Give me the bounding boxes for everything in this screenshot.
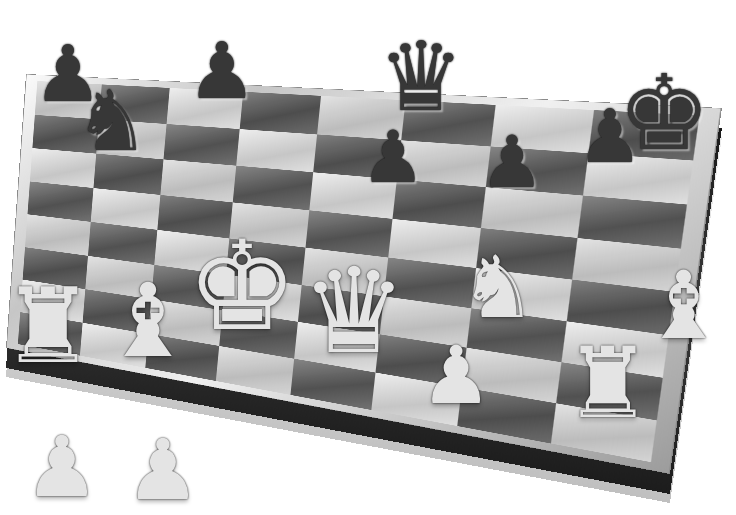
white-pawn-f1: ♟: [420, 336, 492, 416]
captured-white-pawn-2: ♟: [125, 428, 200, 512]
captured-white-pawn-1: ♟: [24, 425, 99, 509]
white-rook-a1: ♜: [1, 274, 94, 378]
white-rook-h1: ♜: [564, 334, 652, 432]
black-queen-e8: ♛: [378, 29, 464, 125]
black-pawn-c8: ♟: [187, 32, 257, 110]
white-knight-f4: ♞: [459, 244, 536, 330]
black-knight-b6: ♞: [74, 79, 149, 163]
white-queen-d3: ♛: [301, 252, 407, 370]
black-pawn-g7: ♟: [577, 99, 643, 173]
black-pawn-e6: ♟: [361, 121, 426, 193]
white-bishop-h4: ♝: [642, 259, 726, 353]
white-bishop-b1: ♝: [102, 270, 193, 372]
white-king-c3: ♚: [186, 224, 297, 348]
square-c7: [163, 124, 239, 166]
chess-set-photo: ♟♟♛♚♟♞♟♟♞♝♚♛♜♝♟♜♟♟: [0, 0, 736, 515]
black-pawn-f6: ♟: [480, 126, 545, 198]
